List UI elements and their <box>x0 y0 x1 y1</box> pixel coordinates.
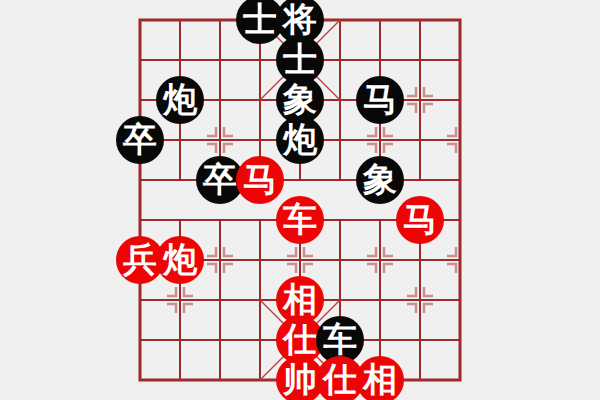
piece-black-cannon[interactable]: 炮 <box>156 76 204 124</box>
piece-black-elephant[interactable]: 象 <box>356 156 404 204</box>
piece-black-cannon[interactable]: 炮 <box>276 116 324 164</box>
piece-black-horse[interactable]: 马 <box>356 76 404 124</box>
piece-black-pawn[interactable]: 卒 <box>116 116 164 164</box>
piece-red-cannon[interactable]: 炮 <box>156 236 204 284</box>
piece-red-horse[interactable]: 马 <box>236 156 284 204</box>
piece-red-elephant[interactable]: 相 <box>356 356 404 400</box>
piece-red-chariot[interactable]: 车 <box>276 196 324 244</box>
pieces-layer: 士将士炮象马卒炮卒马象车马兵炮相仕车帅仕相 <box>0 0 600 400</box>
piece-red-horse[interactable]: 马 <box>396 196 444 244</box>
xiangqi-board[interactable]: 士将士炮象马卒炮卒马象车马兵炮相仕车帅仕相 <box>0 0 600 400</box>
